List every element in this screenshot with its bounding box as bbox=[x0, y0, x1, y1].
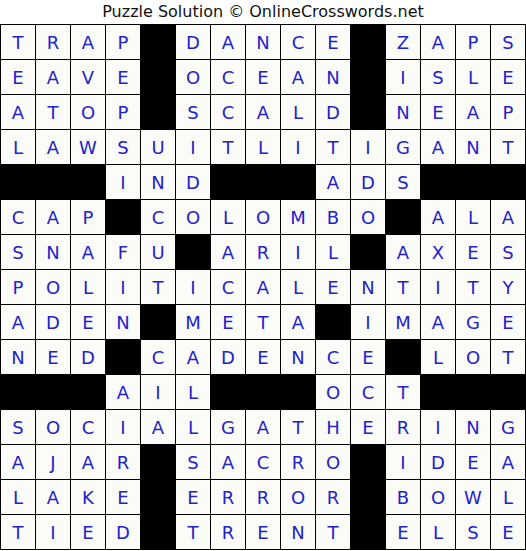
grid-cell: A bbox=[211, 25, 245, 59]
grid-cell: A bbox=[211, 235, 245, 269]
black-cell bbox=[141, 480, 175, 514]
grid-cell: A bbox=[71, 445, 105, 479]
grid-cell: A bbox=[421, 130, 455, 164]
grid-cell: A bbox=[176, 340, 210, 374]
grid-cell: S bbox=[421, 60, 455, 94]
grid-cell: H bbox=[316, 410, 350, 444]
grid-cell: D bbox=[421, 445, 455, 479]
black-cell bbox=[1, 375, 35, 409]
grid-cell: N bbox=[386, 95, 420, 129]
grid-cell: E bbox=[246, 60, 280, 94]
grid-cell: O bbox=[71, 95, 105, 129]
page-title: Puzzle Solution © OnlineCrosswords.net bbox=[0, 0, 526, 24]
grid-cell: R bbox=[316, 480, 350, 514]
grid-cell: S bbox=[386, 165, 420, 199]
grid-cell: G bbox=[456, 305, 490, 339]
grid-cell: S bbox=[456, 515, 490, 549]
grid-cell: S bbox=[1, 410, 35, 444]
grid-cell: O bbox=[351, 200, 385, 234]
grid-cell: N bbox=[316, 60, 350, 94]
black-cell bbox=[491, 375, 525, 409]
grid-cell: A bbox=[36, 200, 70, 234]
grid-cell: R bbox=[106, 445, 140, 479]
grid-cell: D bbox=[106, 515, 140, 549]
grid-cell: N bbox=[351, 270, 385, 304]
grid-cell: L bbox=[456, 60, 490, 94]
grid-cell: E bbox=[386, 515, 420, 549]
grid-cell: O bbox=[36, 270, 70, 304]
grid-cell: E bbox=[71, 305, 105, 339]
grid-cell: I bbox=[351, 130, 385, 164]
grid-cell: M bbox=[281, 200, 315, 234]
grid-cell: A bbox=[36, 480, 70, 514]
black-cell bbox=[106, 340, 140, 374]
grid-cell: T bbox=[456, 270, 490, 304]
black-cell bbox=[246, 375, 280, 409]
black-cell bbox=[351, 480, 385, 514]
grid-cell: C bbox=[246, 445, 280, 479]
grid-cell: I bbox=[106, 165, 140, 199]
grid-cell: S bbox=[176, 95, 210, 129]
grid-cell: E bbox=[36, 340, 70, 374]
grid-cell: E bbox=[456, 445, 490, 479]
black-cell bbox=[351, 445, 385, 479]
grid-cell: F bbox=[106, 235, 140, 269]
grid-cell: T bbox=[491, 130, 525, 164]
grid-cell: I bbox=[421, 410, 455, 444]
grid-cell: N bbox=[36, 235, 70, 269]
grid-cell: L bbox=[421, 515, 455, 549]
grid-cell: A bbox=[421, 305, 455, 339]
grid-cell: C bbox=[211, 270, 245, 304]
grid-cell: C bbox=[141, 340, 175, 374]
grid-cell: T bbox=[246, 305, 280, 339]
grid-cell: B bbox=[316, 200, 350, 234]
grid-cell: C bbox=[211, 60, 245, 94]
grid-cell: E bbox=[246, 515, 280, 549]
grid-cell: D bbox=[176, 165, 210, 199]
grid-cell: L bbox=[456, 200, 490, 234]
grid-cell: I bbox=[386, 60, 420, 94]
grid-cell: G bbox=[491, 410, 525, 444]
grid-cell: A bbox=[491, 200, 525, 234]
grid-cell: T bbox=[211, 130, 245, 164]
black-cell bbox=[491, 165, 525, 199]
grid-cell: E bbox=[246, 340, 280, 374]
grid-cell: O bbox=[316, 445, 350, 479]
black-cell bbox=[456, 375, 490, 409]
grid-cell: N bbox=[141, 165, 175, 199]
grid-cell: I bbox=[106, 410, 140, 444]
grid-cell: O bbox=[316, 375, 350, 409]
grid-cell: L bbox=[176, 410, 210, 444]
black-cell bbox=[36, 375, 70, 409]
grid-cell: P bbox=[456, 25, 490, 59]
grid-cell: T bbox=[386, 375, 420, 409]
grid-cell: E bbox=[316, 25, 350, 59]
black-cell bbox=[351, 25, 385, 59]
grid-cell: D bbox=[176, 25, 210, 59]
grid-cell: E bbox=[351, 410, 385, 444]
grid-cell: T bbox=[1, 515, 35, 549]
grid-cell: E bbox=[491, 60, 525, 94]
black-cell bbox=[386, 200, 420, 234]
grid-cell: T bbox=[36, 95, 70, 129]
grid-cell: I bbox=[141, 375, 175, 409]
grid-cell: T bbox=[141, 270, 175, 304]
grid-cell: M bbox=[176, 305, 210, 339]
grid-cell: K bbox=[71, 480, 105, 514]
black-cell bbox=[211, 375, 245, 409]
puzzle-solution-page: Puzzle Solution © OnlineCrosswords.net T… bbox=[0, 0, 526, 551]
grid-cell: E bbox=[106, 60, 140, 94]
grid-cell: E bbox=[211, 305, 245, 339]
grid-cell: L bbox=[316, 235, 350, 269]
black-cell bbox=[141, 25, 175, 59]
grid-cell: E bbox=[421, 95, 455, 129]
grid-cell: N bbox=[246, 25, 280, 59]
grid-cell: T bbox=[1, 25, 35, 59]
grid-cell: I bbox=[281, 130, 315, 164]
grid-cell: D bbox=[316, 95, 350, 129]
grid-cell: S bbox=[106, 130, 140, 164]
grid-cell: T bbox=[386, 270, 420, 304]
grid-cell: L bbox=[246, 130, 280, 164]
grid-cell: A bbox=[316, 165, 350, 199]
grid-cell: G bbox=[211, 410, 245, 444]
grid-cell: Z bbox=[386, 25, 420, 59]
grid-cell: M bbox=[386, 305, 420, 339]
grid-cell: J bbox=[36, 445, 70, 479]
grid-cell: A bbox=[246, 270, 280, 304]
grid-cell: N bbox=[281, 340, 315, 374]
grid-cell: E bbox=[491, 515, 525, 549]
black-cell bbox=[281, 165, 315, 199]
grid-cell: A bbox=[71, 25, 105, 59]
grid-cell: R bbox=[246, 235, 280, 269]
grid-cell: A bbox=[456, 95, 490, 129]
grid-cell: O bbox=[176, 200, 210, 234]
grid-cell: L bbox=[281, 95, 315, 129]
grid-cell: L bbox=[211, 200, 245, 234]
black-cell bbox=[316, 305, 350, 339]
black-cell bbox=[351, 235, 385, 269]
black-cell bbox=[386, 340, 420, 374]
grid-cell: O bbox=[176, 60, 210, 94]
black-cell bbox=[141, 60, 175, 94]
grid-cell: A bbox=[246, 95, 280, 129]
grid-cell: T bbox=[176, 515, 210, 549]
grid-cell: L bbox=[176, 375, 210, 409]
grid-cell: D bbox=[211, 340, 245, 374]
black-cell bbox=[351, 515, 385, 549]
grid-cell: A bbox=[36, 130, 70, 164]
grid-cell: A bbox=[281, 305, 315, 339]
black-cell bbox=[421, 375, 455, 409]
grid-cell: C bbox=[316, 340, 350, 374]
grid-cell: O bbox=[36, 410, 70, 444]
grid-cell: O bbox=[421, 480, 455, 514]
grid-cell: Y bbox=[491, 270, 525, 304]
black-cell bbox=[281, 375, 315, 409]
grid-cell: V bbox=[71, 60, 105, 94]
grid-cell: I bbox=[176, 270, 210, 304]
grid-cell: D bbox=[71, 340, 105, 374]
grid-cell: A bbox=[141, 410, 175, 444]
grid-cell: N bbox=[106, 305, 140, 339]
grid-cell: A bbox=[421, 25, 455, 59]
grid-cell: A bbox=[211, 445, 245, 479]
black-cell bbox=[421, 165, 455, 199]
grid-cell: U bbox=[141, 130, 175, 164]
grid-cell: R bbox=[246, 480, 280, 514]
grid-cell: L bbox=[1, 480, 35, 514]
black-cell bbox=[141, 305, 175, 339]
grid-cell: A bbox=[1, 95, 35, 129]
black-cell bbox=[211, 165, 245, 199]
grid-cell: I bbox=[421, 270, 455, 304]
grid-cell: W bbox=[71, 130, 105, 164]
grid-cell: E bbox=[491, 305, 525, 339]
grid-cell: O bbox=[456, 340, 490, 374]
grid-cell: N bbox=[281, 515, 315, 549]
black-cell bbox=[246, 165, 280, 199]
grid-cell: I bbox=[106, 270, 140, 304]
grid-cell: S bbox=[176, 445, 210, 479]
grid-cell: S bbox=[491, 25, 525, 59]
grid-cell: P bbox=[106, 25, 140, 59]
crossword-grid: TRAPDANCEZAPSEAVEOCEANISLEATOPSCALDNEAPL… bbox=[0, 24, 526, 550]
grid-cell: E bbox=[71, 515, 105, 549]
grid-cell: R bbox=[386, 410, 420, 444]
grid-cell: R bbox=[211, 515, 245, 549]
black-cell bbox=[141, 515, 175, 549]
black-cell bbox=[351, 60, 385, 94]
grid-cell: P bbox=[71, 200, 105, 234]
grid-cell: T bbox=[491, 340, 525, 374]
grid-cell: R bbox=[281, 445, 315, 479]
grid-cell: A bbox=[246, 410, 280, 444]
grid-cell: A bbox=[1, 305, 35, 339]
black-cell bbox=[36, 165, 70, 199]
grid-cell: D bbox=[351, 165, 385, 199]
grid-cell: C bbox=[281, 25, 315, 59]
grid-cell: P bbox=[106, 95, 140, 129]
grid-cell: W bbox=[456, 480, 490, 514]
grid-cell: E bbox=[351, 340, 385, 374]
grid-cell: E bbox=[176, 480, 210, 514]
black-cell bbox=[106, 200, 140, 234]
grid-cell: N bbox=[1, 340, 35, 374]
grid-cell: C bbox=[1, 200, 35, 234]
black-cell bbox=[1, 165, 35, 199]
grid-cell: N bbox=[456, 130, 490, 164]
grid-cell: T bbox=[281, 410, 315, 444]
black-cell bbox=[141, 445, 175, 479]
grid-cell: P bbox=[1, 270, 35, 304]
grid-cell: G bbox=[386, 130, 420, 164]
grid-cell: A bbox=[281, 60, 315, 94]
grid-cell: I bbox=[386, 445, 420, 479]
grid-cell: C bbox=[211, 95, 245, 129]
grid-cell: A bbox=[106, 375, 140, 409]
grid-cell: I bbox=[176, 130, 210, 164]
grid-cell: L bbox=[491, 480, 525, 514]
grid-cell: D bbox=[36, 305, 70, 339]
grid-cell: A bbox=[71, 235, 105, 269]
grid-cell: P bbox=[491, 95, 525, 129]
grid-cell: U bbox=[141, 235, 175, 269]
grid-cell: I bbox=[351, 305, 385, 339]
grid-cell: S bbox=[1, 235, 35, 269]
grid-cell: A bbox=[421, 200, 455, 234]
grid-cell: A bbox=[1, 445, 35, 479]
grid-cell: L bbox=[1, 130, 35, 164]
grid-cell: R bbox=[36, 25, 70, 59]
grid-cell: E bbox=[316, 270, 350, 304]
grid-cell: L bbox=[71, 270, 105, 304]
grid-cell: A bbox=[36, 60, 70, 94]
black-cell bbox=[71, 165, 105, 199]
grid-cell: L bbox=[281, 270, 315, 304]
grid-cell: I bbox=[36, 515, 70, 549]
grid-cell: S bbox=[491, 235, 525, 269]
grid-cell: T bbox=[316, 515, 350, 549]
grid-cell: X bbox=[421, 235, 455, 269]
grid-cell: C bbox=[351, 375, 385, 409]
grid-cell: N bbox=[456, 410, 490, 444]
grid-cell: C bbox=[71, 410, 105, 444]
grid-cell: I bbox=[281, 235, 315, 269]
grid-cell: B bbox=[386, 480, 420, 514]
black-cell bbox=[456, 165, 490, 199]
grid-cell: O bbox=[246, 200, 280, 234]
grid-cell: R bbox=[211, 480, 245, 514]
grid-cell: T bbox=[316, 130, 350, 164]
black-cell bbox=[176, 235, 210, 269]
grid-cell: L bbox=[421, 340, 455, 374]
grid-cell: E bbox=[106, 480, 140, 514]
grid-cell: E bbox=[1, 60, 35, 94]
black-cell bbox=[351, 95, 385, 129]
grid-cell: C bbox=[141, 200, 175, 234]
grid-cell: E bbox=[456, 235, 490, 269]
grid-cell: A bbox=[386, 235, 420, 269]
black-cell bbox=[141, 95, 175, 129]
grid-cell: A bbox=[491, 445, 525, 479]
grid-cell: O bbox=[281, 480, 315, 514]
black-cell bbox=[71, 375, 105, 409]
